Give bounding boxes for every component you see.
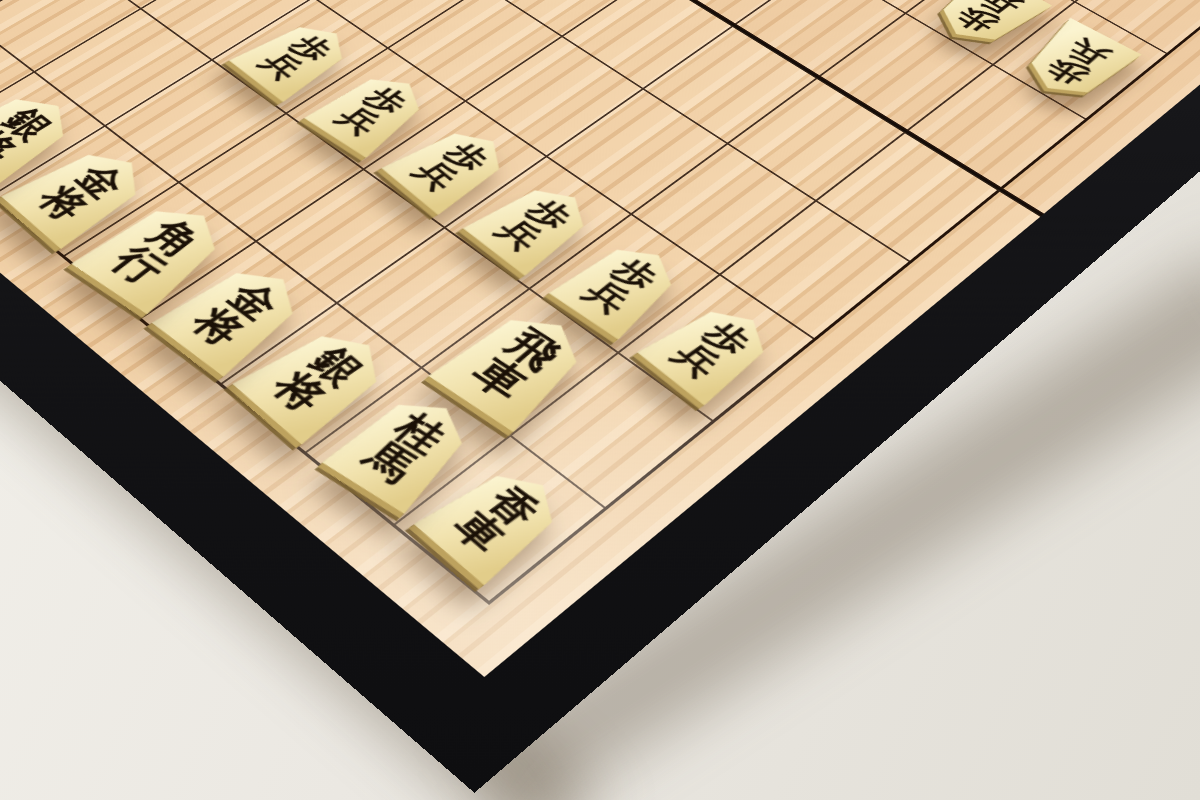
shogi-board-photo: 香車桂馬銀将金将角行金将銀将飛車歩兵歩兵歩兵歩兵歩兵歩兵歩兵歩兵: [0, 0, 1200, 800]
board-surface: 香車桂馬銀将金将角行金将銀将飛車歩兵歩兵歩兵歩兵歩兵歩兵歩兵歩兵: [0, 0, 1200, 677]
board-base: 香車桂馬銀将金将角行金将銀将飛車歩兵歩兵歩兵歩兵歩兵歩兵歩兵歩兵: [0, 0, 1200, 793]
